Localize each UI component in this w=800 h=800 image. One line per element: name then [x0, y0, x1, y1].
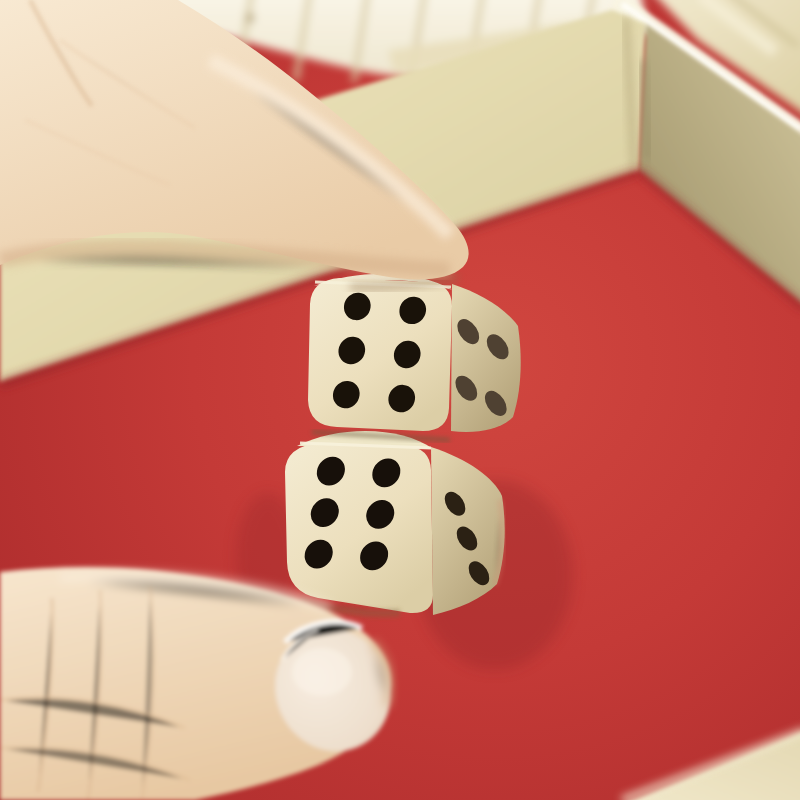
- scene-canvas: [0, 0, 800, 800]
- thumbnail-sheen: [292, 648, 352, 696]
- upper-die-front-face: [308, 278, 452, 431]
- shut-the-box-photo: [0, 0, 800, 800]
- corner-shading: [642, 60, 648, 160]
- tile-pip-mark: [245, 13, 255, 23]
- lower-die-front-face: [285, 442, 433, 613]
